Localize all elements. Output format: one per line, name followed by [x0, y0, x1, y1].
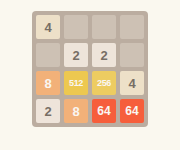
- empty-cell: [36, 43, 60, 67]
- tile-4: 4: [120, 71, 144, 95]
- tile-8: 8: [64, 99, 88, 123]
- app-background: 42285122564286464: [0, 0, 180, 150]
- tile-4: 4: [36, 15, 60, 39]
- empty-cell: [64, 15, 88, 39]
- tile-64: 64: [92, 99, 116, 123]
- empty-cell: [120, 43, 144, 67]
- board-2048[interactable]: 42285122564286464: [32, 11, 148, 127]
- tile-2: 2: [36, 99, 60, 123]
- tile-8: 8: [36, 71, 60, 95]
- tile-2: 2: [92, 43, 116, 67]
- tile-512: 512: [64, 71, 88, 95]
- empty-cell: [120, 15, 144, 39]
- tile-2: 2: [64, 43, 88, 67]
- empty-cell: [92, 15, 116, 39]
- tile-64: 64: [120, 99, 144, 123]
- tile-256: 256: [92, 71, 116, 95]
